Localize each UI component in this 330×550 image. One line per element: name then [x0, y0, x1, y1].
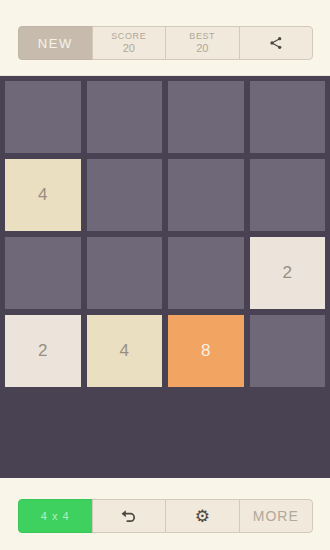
share-button[interactable] — [239, 26, 314, 60]
tile-8-r4c3: 8 — [168, 315, 244, 387]
empty-cell-r3c1 — [5, 237, 81, 309]
tile-grid: 42248 — [0, 76, 330, 392]
undo-button[interactable] — [92, 499, 167, 533]
empty-cell-r2c2 — [87, 159, 163, 231]
bottom-toolbar: 4 x 4 ⚙ MORE — [18, 499, 313, 533]
empty-cell-r1c2 — [87, 81, 163, 153]
empty-cell-r2c3 — [168, 159, 244, 231]
empty-cell-r3c3 — [168, 237, 244, 309]
tile-4-r4c2: 4 — [87, 315, 163, 387]
gear-icon: ⚙ — [195, 508, 210, 525]
top-toolbar: NEW SCORE 20 BEST 20 — [18, 26, 313, 60]
settings-button[interactable]: ⚙ — [165, 499, 240, 533]
share-icon — [268, 35, 284, 51]
score-box: SCORE 20 — [92, 26, 167, 60]
new-game-button[interactable]: NEW — [18, 26, 93, 60]
undo-icon — [119, 507, 138, 526]
score-label: SCORE — [111, 31, 146, 42]
empty-cell-r2c4 — [250, 159, 326, 231]
empty-cell-r4c4 — [250, 315, 326, 387]
empty-cell-r3c2 — [87, 237, 163, 309]
empty-cell-r1c4 — [250, 81, 326, 153]
tile-2-r3c4: 2 — [250, 237, 326, 309]
more-button[interactable]: MORE — [239, 499, 314, 533]
grid-size-button[interactable]: 4 x 4 — [18, 499, 93, 533]
game-board[interactable]: 42248 — [0, 75, 330, 478]
tile-2-r4c1: 2 — [5, 315, 81, 387]
best-box: BEST 20 — [165, 26, 240, 60]
empty-cell-r1c1 — [5, 81, 81, 153]
empty-cell-r1c3 — [168, 81, 244, 153]
score-value: 20 — [123, 42, 135, 55]
best-label: BEST — [189, 31, 215, 42]
best-value: 20 — [196, 42, 208, 55]
app-root: NEW SCORE 20 BEST 20 42248 4 x 4 — [0, 0, 330, 550]
tile-4-r2c1: 4 — [5, 159, 81, 231]
